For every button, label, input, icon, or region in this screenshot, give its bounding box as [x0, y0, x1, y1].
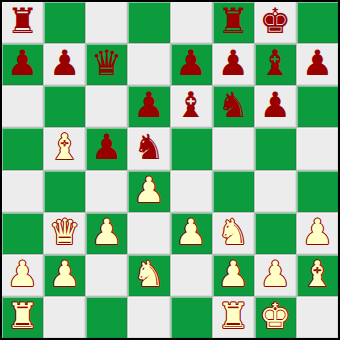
- white-pawn-piece[interactable]: ♟: [260, 257, 291, 292]
- square-c5[interactable]: ♟: [86, 128, 127, 169]
- square-f6[interactable]: ♞: [213, 86, 254, 127]
- square-f8[interactable]: ♜: [213, 2, 254, 43]
- square-e8[interactable]: [171, 2, 212, 43]
- black-rook-piece[interactable]: ♜: [217, 4, 248, 39]
- square-a3[interactable]: [2, 213, 43, 254]
- white-pawn-piece[interactable]: ♟: [49, 257, 80, 292]
- square-h3[interactable]: ♟: [297, 213, 338, 254]
- white-knight-piece[interactable]: ♞: [133, 257, 164, 292]
- white-queen-piece[interactable]: ♛: [49, 215, 80, 250]
- white-rook-piece[interactable]: ♜: [7, 299, 38, 334]
- square-d1[interactable]: [128, 297, 169, 338]
- square-a2[interactable]: ♟: [2, 255, 43, 296]
- black-pawn-piece[interactable]: ♟: [302, 46, 333, 81]
- square-c2[interactable]: [86, 255, 127, 296]
- black-king-piece[interactable]: ♚: [260, 4, 291, 39]
- square-d6[interactable]: ♟: [128, 86, 169, 127]
- square-h4[interactable]: [297, 171, 338, 212]
- white-pawn-piece[interactable]: ♟: [7, 257, 38, 292]
- square-f3[interactable]: ♞: [213, 213, 254, 254]
- square-g2[interactable]: ♟: [255, 255, 296, 296]
- square-f5[interactable]: [213, 128, 254, 169]
- square-b4[interactable]: [44, 171, 85, 212]
- square-c8[interactable]: [86, 2, 127, 43]
- white-pawn-piece[interactable]: ♟: [133, 173, 164, 208]
- white-pawn-piece[interactable]: ♟: [302, 215, 333, 250]
- square-b1[interactable]: [44, 297, 85, 338]
- white-bishop-piece[interactable]: ♝: [302, 257, 333, 292]
- black-pawn-piece[interactable]: ♟: [91, 130, 122, 165]
- square-a7[interactable]: ♟: [2, 44, 43, 85]
- square-g3[interactable]: [255, 213, 296, 254]
- square-e1[interactable]: [171, 297, 212, 338]
- square-a4[interactable]: [2, 171, 43, 212]
- square-f2[interactable]: ♟: [213, 255, 254, 296]
- square-a1[interactable]: ♜: [2, 297, 43, 338]
- white-knight-piece[interactable]: ♞: [217, 215, 248, 250]
- square-c3[interactable]: ♟: [86, 213, 127, 254]
- square-e4[interactable]: [171, 171, 212, 212]
- black-pawn-piece[interactable]: ♟: [260, 88, 291, 123]
- square-c4[interactable]: [86, 171, 127, 212]
- square-e2[interactable]: [171, 255, 212, 296]
- square-a8[interactable]: ♜: [2, 2, 43, 43]
- square-h8[interactable]: [297, 2, 338, 43]
- square-d4[interactable]: ♟: [128, 171, 169, 212]
- square-f7[interactable]: ♟: [213, 44, 254, 85]
- square-g7[interactable]: ♝: [255, 44, 296, 85]
- square-d3[interactable]: [128, 213, 169, 254]
- square-a6[interactable]: [2, 86, 43, 127]
- square-e5[interactable]: [171, 128, 212, 169]
- square-h7[interactable]: ♟: [297, 44, 338, 85]
- square-g8[interactable]: ♚: [255, 2, 296, 43]
- square-b8[interactable]: [44, 2, 85, 43]
- white-pawn-piece[interactable]: ♟: [91, 215, 122, 250]
- square-a5[interactable]: [2, 128, 43, 169]
- square-b5[interactable]: ♝: [44, 128, 85, 169]
- black-pawn-piece[interactable]: ♟: [133, 88, 164, 123]
- square-h2[interactable]: ♝: [297, 255, 338, 296]
- square-e3[interactable]: ♟: [171, 213, 212, 254]
- square-d8[interactable]: [128, 2, 169, 43]
- square-b3[interactable]: ♛: [44, 213, 85, 254]
- square-e7[interactable]: ♟: [171, 44, 212, 85]
- chess-board: ♜♜♚♟♟♛♟♟♝♟♟♝♞♟♝♟♞♟♛♟♟♞♟♟♟♞♟♟♝♜♜♚: [0, 0, 340, 340]
- black-pawn-piece[interactable]: ♟: [49, 46, 80, 81]
- white-pawn-piece[interactable]: ♟: [175, 215, 206, 250]
- black-pawn-piece[interactable]: ♟: [175, 46, 206, 81]
- square-b6[interactable]: [44, 86, 85, 127]
- black-bishop-piece[interactable]: ♝: [175, 88, 206, 123]
- square-b2[interactable]: ♟: [44, 255, 85, 296]
- white-king-piece[interactable]: ♚: [260, 299, 291, 334]
- square-e6[interactable]: ♝: [171, 86, 212, 127]
- square-c1[interactable]: [86, 297, 127, 338]
- square-d2[interactable]: ♞: [128, 255, 169, 296]
- black-knight-piece[interactable]: ♞: [217, 88, 248, 123]
- black-pawn-piece[interactable]: ♟: [217, 46, 248, 81]
- square-g1[interactable]: ♚: [255, 297, 296, 338]
- square-g5[interactable]: [255, 128, 296, 169]
- square-f4[interactable]: [213, 171, 254, 212]
- white-rook-piece[interactable]: ♜: [217, 299, 248, 334]
- black-rook-piece[interactable]: ♜: [7, 4, 38, 39]
- square-c7[interactable]: ♛: [86, 44, 127, 85]
- square-d5[interactable]: ♞: [128, 128, 169, 169]
- square-g4[interactable]: [255, 171, 296, 212]
- square-h5[interactable]: [297, 128, 338, 169]
- black-queen-piece[interactable]: ♛: [91, 46, 122, 81]
- square-g6[interactable]: ♟: [255, 86, 296, 127]
- square-f1[interactable]: ♜: [213, 297, 254, 338]
- square-h1[interactable]: [297, 297, 338, 338]
- square-h6[interactable]: [297, 86, 338, 127]
- black-pawn-piece[interactable]: ♟: [7, 46, 38, 81]
- white-bishop-piece[interactable]: ♝: [49, 130, 80, 165]
- white-pawn-piece[interactable]: ♟: [217, 257, 248, 292]
- black-bishop-piece[interactable]: ♝: [260, 46, 291, 81]
- square-c6[interactable]: [86, 86, 127, 127]
- square-d7[interactable]: [128, 44, 169, 85]
- black-knight-piece[interactable]: ♞: [133, 130, 164, 165]
- square-b7[interactable]: ♟: [44, 44, 85, 85]
